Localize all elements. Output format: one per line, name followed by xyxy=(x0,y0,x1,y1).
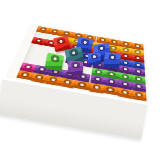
cube-hole xyxy=(108,54,118,61)
cube-hole xyxy=(91,54,99,59)
cube-hole xyxy=(56,38,65,45)
cube-hole xyxy=(97,45,107,52)
loose-cube-blue xyxy=(88,53,102,66)
loose-cube-green xyxy=(45,53,65,72)
product-photo xyxy=(0,0,160,160)
cube-hole xyxy=(80,38,89,45)
loose-cubes-layer xyxy=(0,0,160,160)
cube-hole xyxy=(68,49,79,57)
cube-hole xyxy=(50,55,61,63)
loose-cube-blue xyxy=(103,52,121,69)
cube-hole xyxy=(71,62,80,68)
loose-cube-purple xyxy=(68,60,84,75)
